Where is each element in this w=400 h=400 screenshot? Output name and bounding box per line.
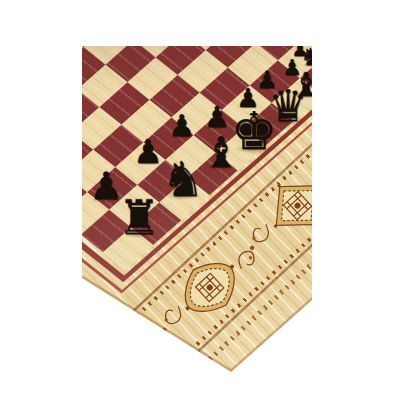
photo-crop: H ♜♞♝♚♛♝♞♟♟♟♟♟♟♟♟ [82, 46, 312, 372]
chess-piece-pawn-f7: ♟ [169, 111, 196, 141]
product-photo: H ♜♞♝♚♛♝♞♟♟♟♟♟♟♟♟ [0, 0, 400, 400]
chess-piece-rook-h8: ♜ [117, 193, 160, 241]
chess-piece-knight-g8: ♞ [161, 155, 204, 203]
chess-piece-pawn-g7: ♟ [133, 135, 163, 168]
pieces-layer: ♜♞♝♚♛♝♞♟♟♟♟♟♟♟♟ [82, 46, 312, 372]
chess-piece-bishop-f8: ♝ [202, 132, 240, 174]
